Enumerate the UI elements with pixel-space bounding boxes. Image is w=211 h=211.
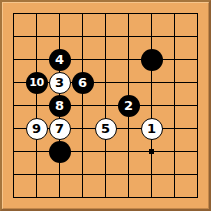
- board-overlay: 12345678910: [2, 2, 209, 209]
- stone-white: 9: [26, 118, 48, 140]
- stone-black: 4: [49, 49, 71, 71]
- stone-white: 5: [95, 118, 117, 140]
- stone-number: 3: [55, 76, 64, 89]
- stone-number: 8: [55, 99, 64, 112]
- stone-number: 7: [55, 122, 64, 135]
- stone-number: 1: [147, 122, 156, 135]
- star-point-marker: [149, 149, 154, 154]
- stone-black: 10: [26, 72, 48, 94]
- stone-black: 6: [72, 72, 94, 94]
- stone-number: 2: [124, 99, 133, 112]
- stone-number: 6: [78, 76, 87, 89]
- stone-number: 5: [101, 122, 110, 135]
- stone-number: 9: [32, 122, 41, 135]
- stone-white: 1: [141, 118, 163, 140]
- stone-white: 7: [49, 118, 71, 140]
- go-board: 12345678910: [0, 0, 211, 211]
- stone-number: 4: [55, 53, 64, 66]
- stone-number: 10: [29, 77, 43, 88]
- stone-white: 3: [49, 72, 71, 94]
- stone-black: [141, 49, 163, 71]
- stone-black: [49, 141, 71, 163]
- stone-black: 2: [118, 95, 140, 117]
- stone-black: 8: [49, 95, 71, 117]
